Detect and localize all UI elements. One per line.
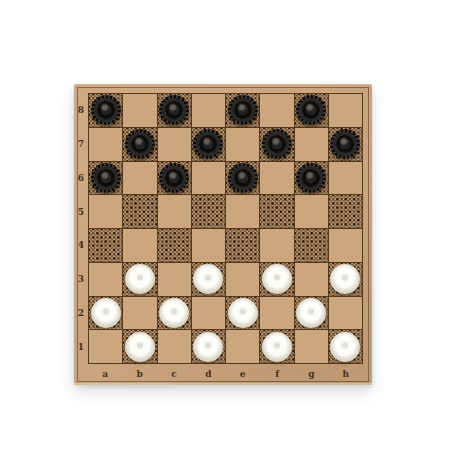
square-d5[interactable] <box>192 195 225 228</box>
square-d7[interactable] <box>192 128 225 161</box>
file-label: b <box>122 364 156 384</box>
square-f8[interactable] <box>260 94 293 127</box>
square-g2[interactable] <box>295 297 328 330</box>
white-checker-d1[interactable] <box>193 332 223 362</box>
square-e4[interactable] <box>226 229 259 262</box>
file-label: a <box>88 364 122 384</box>
square-a4[interactable] <box>89 229 122 262</box>
black-checker-e8[interactable] <box>228 95 258 125</box>
square-e3[interactable] <box>226 263 259 296</box>
square-h4[interactable] <box>329 229 362 262</box>
white-checker-b3[interactable] <box>125 264 155 294</box>
square-g5[interactable] <box>295 195 328 228</box>
file-label: c <box>157 364 191 384</box>
square-g8[interactable] <box>295 94 328 127</box>
square-h8[interactable] <box>329 94 362 127</box>
square-h2[interactable] <box>329 297 362 330</box>
rank-label: 4 <box>74 229 88 263</box>
square-a5[interactable] <box>89 195 122 228</box>
white-checker-h1[interactable] <box>330 332 360 362</box>
square-f7[interactable] <box>260 128 293 161</box>
black-checker-g6[interactable] <box>296 163 326 193</box>
black-checker-c6[interactable] <box>159 163 189 193</box>
black-checker-a8[interactable] <box>91 95 121 125</box>
square-f1[interactable] <box>260 330 293 363</box>
square-d2[interactable] <box>192 297 225 330</box>
square-a8[interactable] <box>89 94 122 127</box>
white-checker-d3[interactable] <box>193 264 223 294</box>
square-f6[interactable] <box>260 162 293 195</box>
white-checker-f1[interactable] <box>262 332 292 362</box>
white-checker-c2[interactable] <box>159 298 189 328</box>
square-e2[interactable] <box>226 297 259 330</box>
square-h1[interactable] <box>329 330 362 363</box>
square-b4[interactable] <box>123 229 156 262</box>
square-a1[interactable] <box>89 330 122 363</box>
rank-label: 1 <box>74 330 88 364</box>
square-b6[interactable] <box>123 162 156 195</box>
square-f2[interactable] <box>260 297 293 330</box>
square-c5[interactable] <box>158 195 191 228</box>
square-d8[interactable] <box>192 94 225 127</box>
square-h5[interactable] <box>329 195 362 228</box>
black-checker-a6[interactable] <box>91 163 121 193</box>
square-b7[interactable] <box>123 128 156 161</box>
square-b8[interactable] <box>123 94 156 127</box>
square-g6[interactable] <box>295 162 328 195</box>
square-e1[interactable] <box>226 330 259 363</box>
square-c1[interactable] <box>158 330 191 363</box>
square-b5[interactable] <box>123 195 156 228</box>
square-f5[interactable] <box>260 195 293 228</box>
white-checker-h3[interactable] <box>330 264 360 294</box>
square-c2[interactable] <box>158 297 191 330</box>
square-c8[interactable] <box>158 94 191 127</box>
rank-label: 7 <box>74 127 88 161</box>
board-grid <box>88 93 363 364</box>
rank-label: 5 <box>74 195 88 229</box>
square-e6[interactable] <box>226 162 259 195</box>
square-e5[interactable] <box>226 195 259 228</box>
square-c3[interactable] <box>158 263 191 296</box>
square-d1[interactable] <box>192 330 225 363</box>
square-e7[interactable] <box>226 128 259 161</box>
black-checker-b7[interactable] <box>125 129 155 159</box>
black-checker-c8[interactable] <box>159 95 189 125</box>
file-label: d <box>191 364 225 384</box>
square-a7[interactable] <box>89 128 122 161</box>
file-labels: abcdefgh <box>88 364 363 384</box>
white-checker-f3[interactable] <box>262 264 292 294</box>
black-checker-d7[interactable] <box>193 129 223 159</box>
square-c6[interactable] <box>158 162 191 195</box>
square-g3[interactable] <box>295 263 328 296</box>
rank-label: 6 <box>74 161 88 195</box>
rank-label: 8 <box>74 93 88 127</box>
square-a2[interactable] <box>89 297 122 330</box>
white-checker-b1[interactable] <box>125 332 155 362</box>
square-h7[interactable] <box>329 128 362 161</box>
square-a3[interactable] <box>89 263 122 296</box>
square-d3[interactable] <box>192 263 225 296</box>
square-b3[interactable] <box>123 263 156 296</box>
white-checker-e2[interactable] <box>228 298 258 328</box>
square-e8[interactable] <box>226 94 259 127</box>
square-b2[interactable] <box>123 297 156 330</box>
black-checker-e6[interactable] <box>228 163 258 193</box>
square-b1[interactable] <box>123 330 156 363</box>
square-f3[interactable] <box>260 263 293 296</box>
rank-label: 2 <box>74 296 88 330</box>
photo-canvas: 87654321 abcdefgh <box>0 0 450 450</box>
file-label: e <box>226 364 260 384</box>
square-c4[interactable] <box>158 229 191 262</box>
square-f4[interactable] <box>260 229 293 262</box>
white-checker-a2[interactable] <box>91 298 121 328</box>
square-h3[interactable] <box>329 263 362 296</box>
black-checker-f7[interactable] <box>262 129 292 159</box>
rank-labels: 87654321 <box>74 93 88 364</box>
file-label: g <box>294 364 328 384</box>
square-g7[interactable] <box>295 128 328 161</box>
file-label: h <box>329 364 363 384</box>
white-checker-g2[interactable] <box>296 298 326 328</box>
square-g4[interactable] <box>295 229 328 262</box>
square-a6[interactable] <box>89 162 122 195</box>
square-c7[interactable] <box>158 128 191 161</box>
square-g1[interactable] <box>295 330 328 363</box>
checkers-board: 87654321 abcdefgh <box>74 84 372 385</box>
rank-label: 3 <box>74 262 88 296</box>
black-checker-h7[interactable] <box>330 129 360 159</box>
file-label: f <box>260 364 294 384</box>
square-d4[interactable] <box>192 229 225 262</box>
square-h6[interactable] <box>329 162 362 195</box>
black-checker-g8[interactable] <box>296 95 326 125</box>
square-d6[interactable] <box>192 162 225 195</box>
